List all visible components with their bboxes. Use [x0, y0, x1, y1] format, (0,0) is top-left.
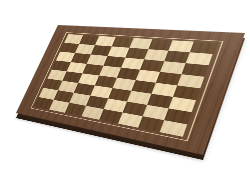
product-photo-scene [0, 0, 250, 180]
playing-field [34, 34, 216, 137]
square-h1[interactable] [160, 120, 188, 137]
